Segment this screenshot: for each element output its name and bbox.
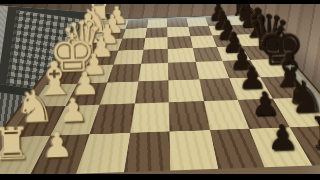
white-pawn[interactable]: ♟ bbox=[34, 130, 80, 164]
video-frame: ♜♟♟♜♞♟♟♞♝♟♟♝♛♟♟♛♚♟♟♚♝♟♟♝♞♟♟♞♜♟♟♜ bbox=[0, 0, 320, 180]
chess-board-frame: ♜♟♟♜♞♟♟♞♝♟♟♝♛♟♟♛♚♟♟♚♝♟♟♝♞♟♟♞♜♟♟♜ bbox=[0, 15, 320, 180]
square-e4[interactable] bbox=[138, 63, 168, 81]
white-rook[interactable]: ♜ bbox=[0, 122, 35, 166]
square-e5[interactable] bbox=[168, 62, 199, 80]
square-f3[interactable] bbox=[100, 81, 138, 104]
black-pawn[interactable]: ♟ bbox=[259, 122, 305, 156]
square-h7[interactable]: ♟ bbox=[249, 127, 311, 167]
white-pawn[interactable]: ♟ bbox=[53, 96, 92, 128]
square-h5[interactable] bbox=[169, 130, 217, 171]
square-c5[interactable] bbox=[167, 36, 192, 48]
square-g5[interactable] bbox=[169, 101, 209, 131]
square-e3[interactable] bbox=[107, 64, 140, 83]
square-h4[interactable] bbox=[123, 131, 170, 172]
chess-board[interactable]: ♜♟♟♜♞♟♟♞♝♟♟♝♛♟♟♛♚♟♟♚♝♟♟♝♞♟♟♞♜♟♟♜ bbox=[0, 16, 320, 177]
black-pawn[interactable]: ♟ bbox=[245, 89, 284, 121]
square-d3[interactable] bbox=[113, 50, 143, 65]
square-d4[interactable] bbox=[141, 49, 168, 64]
square-h3[interactable] bbox=[76, 133, 129, 174]
letterbox-bar-top bbox=[0, 0, 320, 4]
square-c3[interactable] bbox=[118, 38, 145, 51]
square-d5[interactable] bbox=[168, 48, 196, 63]
square-c4[interactable] bbox=[143, 37, 168, 50]
square-f4[interactable] bbox=[134, 80, 169, 103]
square-f5[interactable] bbox=[168, 79, 203, 102]
square-g4[interactable] bbox=[130, 102, 170, 132]
black-rook[interactable]: ♜ bbox=[304, 111, 320, 155]
letterbox-bar-bottom bbox=[0, 174, 320, 180]
